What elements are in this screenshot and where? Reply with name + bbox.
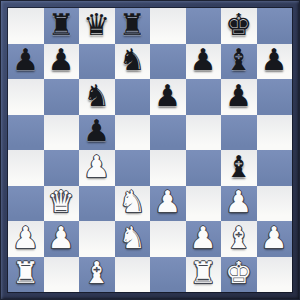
square-e5[interactable] [150, 115, 186, 151]
white-knight-icon: ♞ [119, 223, 146, 253]
white-pawn-icon: ♟ [83, 152, 110, 182]
square-f8[interactable] [186, 8, 222, 44]
chessboard-frame: ♜♛♜♚♟♟♞♟♝♟♞♟♟♟♟♝♛♞♟♟♟♟♞♟♝♟♜♝♜♚ [0, 0, 300, 300]
black-pawn-icon: ♟ [12, 45, 39, 75]
square-g5[interactable] [221, 115, 257, 151]
square-c5[interactable]: ♟ [79, 115, 115, 151]
black-pawn-icon: ♟ [190, 45, 217, 75]
square-b7[interactable]: ♟ [44, 44, 80, 80]
square-f5[interactable] [186, 115, 222, 151]
square-h6[interactable] [257, 79, 293, 115]
square-a1[interactable]: ♜ [8, 257, 44, 293]
square-e7[interactable] [150, 44, 186, 80]
square-a5[interactable] [8, 115, 44, 151]
square-c6[interactable]: ♞ [79, 79, 115, 115]
square-d8[interactable]: ♜ [115, 8, 151, 44]
black-bishop-icon: ♝ [225, 152, 252, 182]
square-a2[interactable]: ♟ [8, 221, 44, 257]
square-h4[interactable] [257, 150, 293, 186]
square-c4[interactable]: ♟ [79, 150, 115, 186]
square-e6[interactable]: ♟ [150, 79, 186, 115]
square-f2[interactable]: ♟ [186, 221, 222, 257]
square-d3[interactable]: ♞ [115, 186, 151, 222]
square-a4[interactable] [8, 150, 44, 186]
black-bishop-icon: ♝ [225, 45, 252, 75]
square-d4[interactable] [115, 150, 151, 186]
square-d2[interactable]: ♞ [115, 221, 151, 257]
white-rook-icon: ♜ [190, 258, 217, 288]
black-pawn-icon: ♟ [261, 45, 288, 75]
black-knight-icon: ♞ [119, 45, 146, 75]
black-pawn-icon: ♟ [225, 81, 252, 111]
square-c1[interactable]: ♝ [79, 257, 115, 293]
white-knight-icon: ♞ [119, 187, 146, 217]
white-pawn-icon: ♟ [190, 223, 217, 253]
square-a8[interactable] [8, 8, 44, 44]
square-h2[interactable]: ♟ [257, 221, 293, 257]
square-e4[interactable] [150, 150, 186, 186]
square-g7[interactable]: ♝ [221, 44, 257, 80]
square-h5[interactable] [257, 115, 293, 151]
square-b3[interactable]: ♛ [44, 186, 80, 222]
square-a6[interactable] [8, 79, 44, 115]
black-rook-icon: ♜ [119, 10, 146, 40]
square-e8[interactable] [150, 8, 186, 44]
square-c2[interactable] [79, 221, 115, 257]
square-d7[interactable]: ♞ [115, 44, 151, 80]
white-pawn-icon: ♟ [12, 223, 39, 253]
square-b1[interactable] [44, 257, 80, 293]
black-pawn-icon: ♟ [48, 45, 75, 75]
black-pawn-icon: ♟ [83, 116, 110, 146]
square-b6[interactable] [44, 79, 80, 115]
white-queen-icon: ♛ [48, 187, 75, 217]
square-g1[interactable]: ♚ [221, 257, 257, 293]
square-g6[interactable]: ♟ [221, 79, 257, 115]
square-g2[interactable]: ♝ [221, 221, 257, 257]
white-pawn-icon: ♟ [48, 223, 75, 253]
square-f3[interactable] [186, 186, 222, 222]
black-knight-icon: ♞ [83, 81, 110, 111]
black-queen-icon: ♛ [83, 10, 110, 40]
square-g8[interactable]: ♚ [221, 8, 257, 44]
square-f6[interactable] [186, 79, 222, 115]
square-a3[interactable] [8, 186, 44, 222]
square-d5[interactable] [115, 115, 151, 151]
black-pawn-icon: ♟ [154, 81, 181, 111]
square-e2[interactable] [150, 221, 186, 257]
square-a7[interactable]: ♟ [8, 44, 44, 80]
square-h1[interactable] [257, 257, 293, 293]
square-g3[interactable]: ♟ [221, 186, 257, 222]
white-pawn-icon: ♟ [154, 187, 181, 217]
square-b2[interactable]: ♟ [44, 221, 80, 257]
square-c7[interactable] [79, 44, 115, 80]
white-rook-icon: ♜ [12, 258, 39, 288]
square-h7[interactable]: ♟ [257, 44, 293, 80]
black-king-icon: ♚ [225, 10, 252, 40]
square-f4[interactable] [186, 150, 222, 186]
square-f7[interactable]: ♟ [186, 44, 222, 80]
square-f1[interactable]: ♜ [186, 257, 222, 293]
chessboard: ♜♛♜♚♟♟♞♟♝♟♞♟♟♟♟♝♛♞♟♟♟♟♞♟♝♟♜♝♜♚ [8, 8, 292, 292]
square-c8[interactable]: ♛ [79, 8, 115, 44]
square-b4[interactable] [44, 150, 80, 186]
white-bishop-icon: ♝ [225, 223, 252, 253]
square-h3[interactable] [257, 186, 293, 222]
square-e1[interactable] [150, 257, 186, 293]
white-bishop-icon: ♝ [83, 258, 110, 288]
square-g4[interactable]: ♝ [221, 150, 257, 186]
square-e3[interactable]: ♟ [150, 186, 186, 222]
square-d1[interactable] [115, 257, 151, 293]
square-c3[interactable] [79, 186, 115, 222]
square-h8[interactable] [257, 8, 293, 44]
square-b5[interactable] [44, 115, 80, 151]
white-pawn-icon: ♟ [225, 187, 252, 217]
white-pawn-icon: ♟ [261, 223, 288, 253]
square-b8[interactable]: ♜ [44, 8, 80, 44]
black-rook-icon: ♜ [48, 10, 75, 40]
white-king-icon: ♚ [225, 258, 252, 288]
square-d6[interactable] [115, 79, 151, 115]
